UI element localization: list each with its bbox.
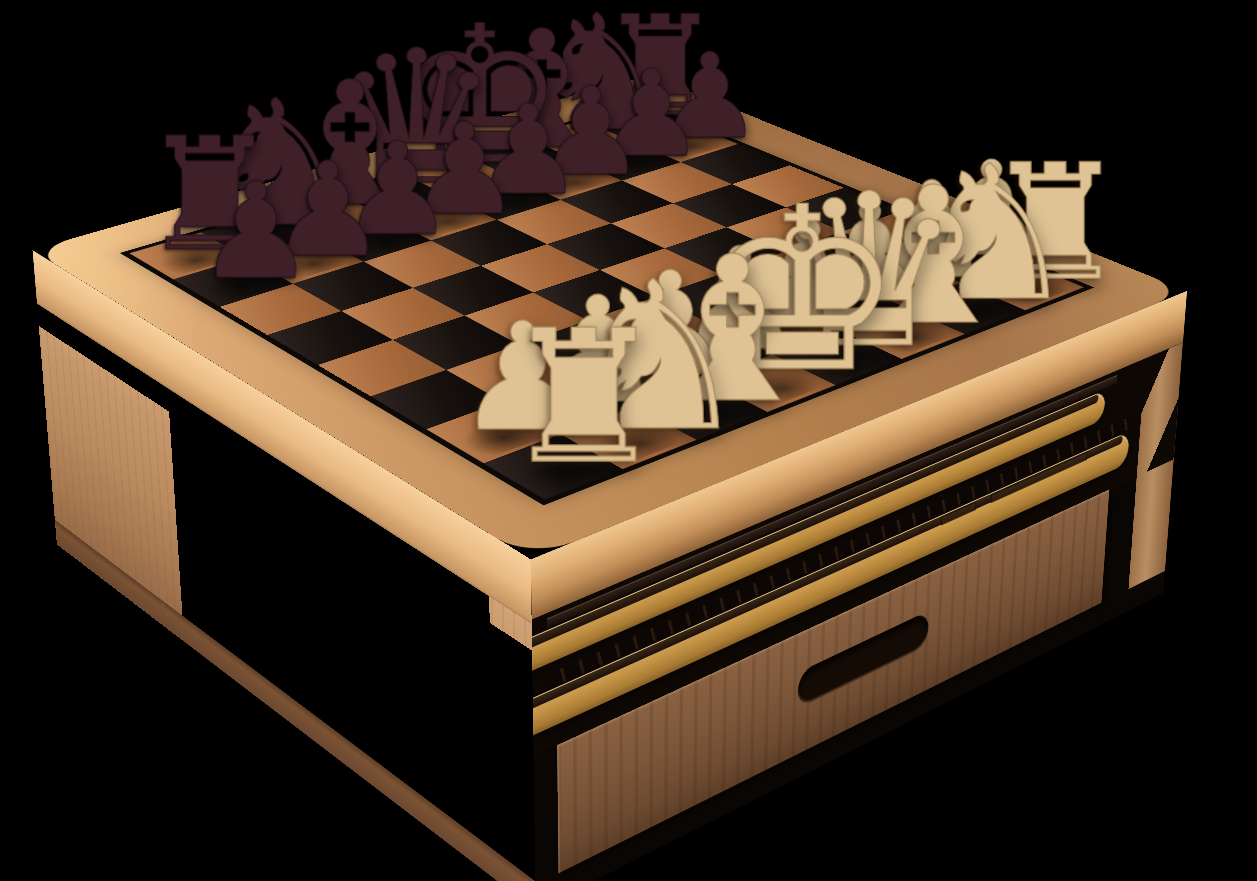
drawer-handle-slot[interactable]	[798, 610, 929, 708]
tray-board-printed-marking	[991, 452, 1088, 504]
game-box: ♜♞♝♛♚♝♞♜♟♟♟♟♟♟♟♟♟♟♟♟♟♟♟♟♜♞♝♚♛♝♞♜	[32, 74, 1187, 559]
piece-white-rook[interactable]: ♜	[502, 310, 667, 484]
tray-board-printed-marking	[941, 502, 976, 526]
scene: ♜♞♝♛♚♝♞♜♟♟♟♟♟♟♟♟♟♟♟♟♟♟♟♟♜♞♝♚♛♝♞♜	[0, 0, 1257, 881]
piece-black-pawn[interactable]: ♟	[197, 169, 316, 295]
